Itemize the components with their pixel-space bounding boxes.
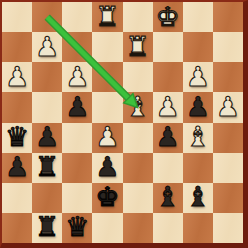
square-e5[interactable]: ♝ xyxy=(123,92,153,122)
square-g6[interactable]: ♟ xyxy=(183,62,213,92)
white-pawn: ♟ xyxy=(35,33,59,60)
square-f8[interactable]: ♚ xyxy=(153,2,183,32)
square-h6[interactable] xyxy=(213,62,243,92)
square-g3[interactable] xyxy=(183,153,213,183)
black-pawn: ♟ xyxy=(65,93,89,120)
square-c1[interactable]: ♛ xyxy=(62,213,92,243)
square-d4[interactable]: ♟ xyxy=(92,123,122,153)
square-f7[interactable] xyxy=(153,32,183,62)
square-e3[interactable] xyxy=(123,153,153,183)
square-g8[interactable] xyxy=(183,2,213,32)
square-d7[interactable] xyxy=(92,32,122,62)
square-b6[interactable] xyxy=(32,62,62,92)
white-pawn: ♟ xyxy=(65,63,89,90)
square-d8[interactable]: ♜ xyxy=(92,2,122,32)
white-bishop: ♝ xyxy=(186,123,210,150)
square-d3[interactable]: ♟ xyxy=(92,153,122,183)
white-pawn: ♟ xyxy=(216,93,240,120)
square-c3[interactable] xyxy=(62,153,92,183)
square-a1[interactable] xyxy=(2,213,32,243)
white-pawn: ♟ xyxy=(186,63,210,90)
square-f5[interactable]: ♟ xyxy=(153,92,183,122)
square-b3[interactable]: ♜ xyxy=(32,153,62,183)
black-queen: ♛ xyxy=(5,123,29,150)
white-bishop: ♝ xyxy=(125,93,149,120)
square-f3[interactable] xyxy=(153,153,183,183)
square-h4[interactable] xyxy=(213,123,243,153)
square-e7[interactable]: ♜ xyxy=(123,32,153,62)
square-e4[interactable] xyxy=(123,123,153,153)
square-h8[interactable] xyxy=(213,2,243,32)
black-pawn: ♟ xyxy=(95,153,119,180)
square-b2[interactable] xyxy=(32,183,62,213)
square-c5[interactable]: ♟ xyxy=(62,92,92,122)
square-b5[interactable] xyxy=(32,92,62,122)
square-a7[interactable] xyxy=(2,32,32,62)
white-pawn: ♟ xyxy=(156,93,180,120)
square-e6[interactable] xyxy=(123,62,153,92)
square-g5[interactable]: ♟ xyxy=(183,92,213,122)
square-f6[interactable] xyxy=(153,62,183,92)
chess-app: ♜♚♟♜♟♟♟♟♝♟♟♟♛♟♟♟♝♟♜♟♚♝♝♜♛ xyxy=(0,0,248,248)
square-f1[interactable] xyxy=(153,213,183,243)
white-rook: ♜ xyxy=(95,3,119,30)
square-a8[interactable] xyxy=(2,2,32,32)
square-d1[interactable] xyxy=(92,213,122,243)
square-g7[interactable] xyxy=(183,32,213,62)
black-king: ♚ xyxy=(95,183,119,210)
square-f2[interactable]: ♝ xyxy=(153,183,183,213)
white-pawn: ♟ xyxy=(95,123,119,150)
square-a4[interactable]: ♛ xyxy=(2,123,32,153)
square-b1[interactable]: ♜ xyxy=(32,213,62,243)
square-b8[interactable] xyxy=(32,2,62,32)
white-pawn: ♟ xyxy=(5,63,29,90)
square-h5[interactable]: ♟ xyxy=(213,92,243,122)
board-frame: ♜♚♟♜♟♟♟♟♝♟♟♟♛♟♟♟♝♟♜♟♚♝♝♜♛ xyxy=(0,0,248,248)
black-pawn: ♟ xyxy=(35,123,59,150)
black-pawn: ♟ xyxy=(186,93,210,120)
square-h7[interactable] xyxy=(213,32,243,62)
square-a5[interactable] xyxy=(2,92,32,122)
square-c2[interactable] xyxy=(62,183,92,213)
square-a3[interactable]: ♟ xyxy=(2,153,32,183)
square-b7[interactable]: ♟ xyxy=(32,32,62,62)
white-king: ♚ xyxy=(156,3,180,30)
square-e1[interactable] xyxy=(123,213,153,243)
black-rook: ♜ xyxy=(35,213,59,240)
square-d2[interactable]: ♚ xyxy=(92,183,122,213)
black-pawn: ♟ xyxy=(156,123,180,150)
square-g2[interactable]: ♝ xyxy=(183,183,213,213)
square-e2[interactable] xyxy=(123,183,153,213)
square-a2[interactable] xyxy=(2,183,32,213)
black-rook: ♜ xyxy=(35,153,59,180)
square-c8[interactable] xyxy=(62,2,92,32)
square-d5[interactable] xyxy=(92,92,122,122)
square-h2[interactable] xyxy=(213,183,243,213)
square-h1[interactable] xyxy=(213,213,243,243)
square-c7[interactable] xyxy=(62,32,92,62)
black-bishop: ♝ xyxy=(186,183,210,210)
white-rook: ♜ xyxy=(125,33,149,60)
black-queen: ♛ xyxy=(65,213,89,240)
square-g1[interactable] xyxy=(183,213,213,243)
square-b4[interactable]: ♟ xyxy=(32,123,62,153)
square-a6[interactable]: ♟ xyxy=(2,62,32,92)
black-bishop: ♝ xyxy=(156,183,180,210)
square-d6[interactable] xyxy=(92,62,122,92)
square-h3[interactable] xyxy=(213,153,243,183)
square-c4[interactable] xyxy=(62,123,92,153)
square-c6[interactable]: ♟ xyxy=(62,62,92,92)
chess-board: ♜♚♟♜♟♟♟♟♝♟♟♟♛♟♟♟♝♟♜♟♚♝♝♜♛ xyxy=(2,2,243,243)
square-g4[interactable]: ♝ xyxy=(183,123,213,153)
square-e8[interactable] xyxy=(123,2,153,32)
black-pawn: ♟ xyxy=(5,153,29,180)
square-f4[interactable]: ♟ xyxy=(153,123,183,153)
